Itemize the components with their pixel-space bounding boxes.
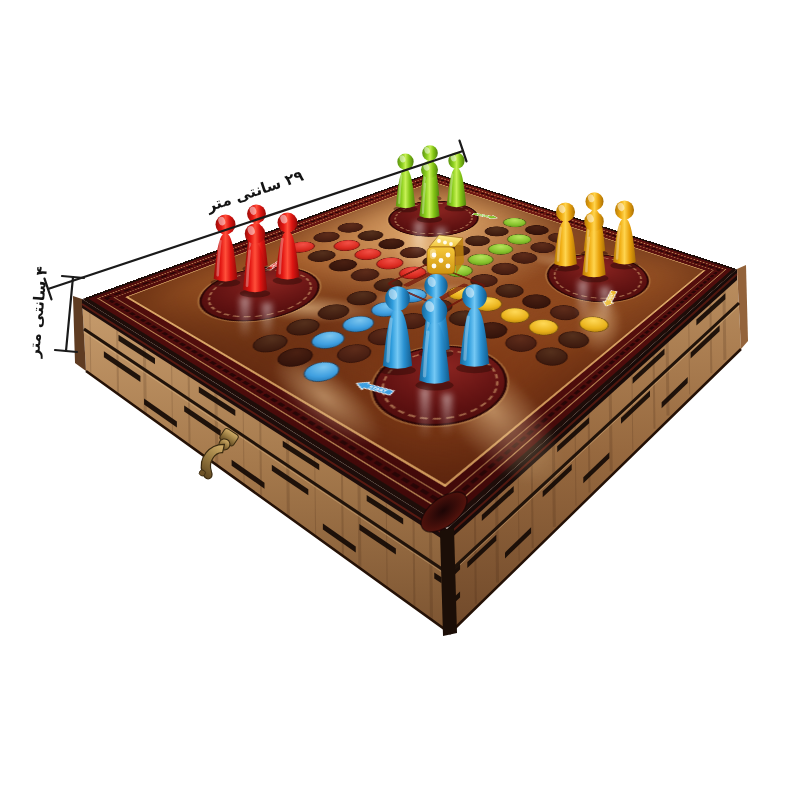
svg-text:START: START	[606, 293, 616, 302]
box-corner-post	[440, 528, 457, 636]
svg-text:START: START	[367, 385, 389, 394]
svg-text:START: START	[476, 213, 490, 217]
product-photo: START START START START	[0, 0, 800, 800]
